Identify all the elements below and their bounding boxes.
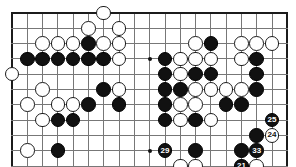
black-stone[interactable] <box>204 36 219 51</box>
black-stone[interactable] <box>158 52 173 67</box>
white-stone[interactable] <box>204 113 219 128</box>
white-stone[interactable] <box>5 67 20 82</box>
white-stone[interactable] <box>173 113 188 128</box>
black-stone[interactable] <box>219 97 234 112</box>
white-stone[interactable] <box>188 97 203 112</box>
white-stone[interactable] <box>265 36 280 51</box>
black-stone-move-29[interactable]: 29 <box>158 143 173 158</box>
white-stone[interactable] <box>188 82 203 97</box>
black-stone[interactable] <box>66 52 81 67</box>
black-stone-move-25[interactable]: 25 <box>265 113 280 128</box>
white-stone[interactable] <box>35 82 50 97</box>
black-stone[interactable] <box>51 113 66 128</box>
black-stone[interactable] <box>249 82 264 97</box>
white-stone[interactable] <box>112 52 127 67</box>
white-stone[interactable] <box>249 159 264 167</box>
white-stone-move-24[interactable]: 24 <box>265 128 280 143</box>
white-stone[interactable] <box>51 36 66 51</box>
white-stone[interactable] <box>204 82 219 97</box>
white-stone[interactable] <box>249 36 264 51</box>
white-stone[interactable] <box>173 52 188 67</box>
white-stone[interactable] <box>81 21 96 36</box>
black-stone[interactable] <box>66 113 81 128</box>
black-stone[interactable] <box>51 143 66 158</box>
white-stone[interactable] <box>66 97 81 112</box>
black-stone[interactable] <box>234 97 249 112</box>
black-stone[interactable] <box>249 128 264 143</box>
black-stone[interactable] <box>234 143 249 158</box>
white-stone[interactable] <box>51 97 66 112</box>
black-stone[interactable] <box>158 97 173 112</box>
white-stone[interactable] <box>112 21 127 36</box>
white-stone[interactable] <box>173 67 188 82</box>
black-stone[interactable] <box>20 52 35 67</box>
black-stone[interactable] <box>188 143 203 158</box>
go-board[interactable]: 2524293321 <box>4 5 295 167</box>
black-stone[interactable] <box>249 67 264 82</box>
white-stone[interactable] <box>173 97 188 112</box>
white-stone[interactable] <box>188 36 203 51</box>
white-stone[interactable] <box>204 52 219 67</box>
white-stone[interactable] <box>20 97 35 112</box>
black-stone[interactable] <box>81 36 96 51</box>
white-stone[interactable] <box>112 36 127 51</box>
white-stone[interactable] <box>234 52 249 67</box>
black-stone[interactable] <box>188 67 203 82</box>
white-stone[interactable] <box>173 159 188 167</box>
black-stone[interactable] <box>112 97 127 112</box>
black-stone[interactable] <box>158 82 173 97</box>
white-stone[interactable] <box>234 82 249 97</box>
white-stone[interactable] <box>20 143 35 158</box>
black-stone[interactable] <box>188 113 203 128</box>
white-stone[interactable] <box>219 82 234 97</box>
black-stone[interactable] <box>96 82 111 97</box>
go-diagram: 2524293321 <box>0 0 296 167</box>
black-stone[interactable] <box>81 52 96 67</box>
black-stone[interactable] <box>158 113 173 128</box>
white-stone[interactable] <box>188 52 203 67</box>
white-stone[interactable] <box>188 159 203 167</box>
black-stone[interactable] <box>35 52 50 67</box>
black-stone[interactable] <box>173 82 188 97</box>
white-stone[interactable] <box>35 36 50 51</box>
white-stone[interactable] <box>96 36 111 51</box>
black-stone[interactable] <box>51 52 66 67</box>
white-stone[interactable] <box>112 82 127 97</box>
black-stone-move-21[interactable]: 21 <box>234 159 249 167</box>
white-stone[interactable] <box>35 113 50 128</box>
white-stone[interactable] <box>66 36 81 51</box>
white-stone[interactable] <box>96 6 111 21</box>
black-stone[interactable] <box>81 97 96 112</box>
white-stone[interactable] <box>234 36 249 51</box>
black-stone-move-33[interactable]: 33 <box>249 143 264 158</box>
black-stone[interactable] <box>204 67 219 82</box>
black-stone[interactable] <box>96 52 111 67</box>
black-stone[interactable] <box>158 67 173 82</box>
black-stone[interactable] <box>249 52 264 67</box>
